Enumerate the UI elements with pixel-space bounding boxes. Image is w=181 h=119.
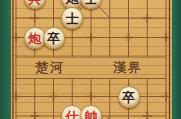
piece-glyph: 兵 xyxy=(25,0,45,8)
piece-glyph: 士 xyxy=(81,0,101,8)
piece-red-general[interactable]: 帥 xyxy=(80,105,102,119)
piece-black-soldier[interactable]: 卒 xyxy=(118,86,140,108)
piece-black-advisor[interactable]: 士 xyxy=(61,7,83,29)
piece-black-soldier[interactable]: 卒 xyxy=(43,27,65,49)
left-side-band xyxy=(0,0,11,119)
piece-red-soldier[interactable]: 兵 xyxy=(24,0,46,9)
right-side-band xyxy=(172,0,181,119)
piece-glyph: 士 xyxy=(62,8,82,28)
piece-glyph: 卒 xyxy=(44,28,64,48)
piece-glyph: 帥 xyxy=(81,106,101,119)
piece-glyph: 卒 xyxy=(119,87,139,107)
river-label-chu-he: 楚河 xyxy=(35,60,65,75)
piece-black-advisor[interactable]: 士 xyxy=(80,0,102,9)
xiangqi-app-screen: 楚河 漢界 兵炮士士炮卒卒仕帥 xyxy=(0,0,180,119)
piece-glyph: 炮 xyxy=(25,28,45,48)
river-label-han-jie: 漢界 xyxy=(113,60,143,75)
